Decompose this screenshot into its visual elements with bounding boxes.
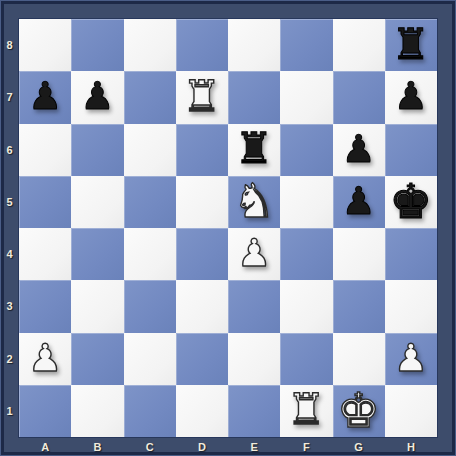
square-e8[interactable] [228,19,280,71]
square-h2[interactable]: ♟ [385,333,437,385]
square-f8[interactable] [280,19,332,71]
square-e6[interactable]: ♜ [228,124,280,176]
square-d6[interactable] [176,124,228,176]
rank-label-3: 3 [0,280,19,332]
file-label-f: F [280,437,332,456]
square-h4[interactable] [385,228,437,280]
square-e4[interactable]: ♟ [228,228,280,280]
file-label-a: A [19,437,71,456]
square-d4[interactable] [176,228,228,280]
square-b5[interactable] [71,176,123,228]
square-b7[interactable]: ♟ [71,71,123,123]
square-b2[interactable] [71,333,123,385]
square-f5[interactable] [280,176,332,228]
piece-black-pawn[interactable]: ♟ [394,77,428,115]
square-a2[interactable]: ♟ [19,333,71,385]
piece-black-rook[interactable]: ♜ [235,127,274,170]
square-f1[interactable]: ♜ [280,385,332,437]
square-c3[interactable] [124,280,176,332]
file-label-e: E [228,437,280,456]
piece-black-rook[interactable]: ♜ [392,23,431,66]
square-f2[interactable] [280,333,332,385]
square-c2[interactable] [124,333,176,385]
square-b1[interactable] [71,385,123,437]
square-e3[interactable] [228,280,280,332]
square-a6[interactable] [19,124,71,176]
rank-label-2: 2 [0,333,19,385]
piece-black-pawn[interactable]: ♟ [342,130,376,168]
square-f7[interactable] [280,71,332,123]
square-f4[interactable] [280,228,332,280]
square-e5[interactable]: ♞ [228,176,280,228]
square-c4[interactable] [124,228,176,280]
square-c1[interactable] [124,385,176,437]
piece-black-pawn[interactable]: ♟ [342,182,376,220]
square-b8[interactable] [71,19,123,71]
piece-black-king[interactable]: ♚ [389,177,432,225]
rank-label-6: 6 [0,124,19,176]
square-a3[interactable] [19,280,71,332]
piece-black-pawn[interactable]: ♟ [80,77,114,115]
rank-labels: 87654321 [0,19,19,437]
square-g7[interactable] [333,71,385,123]
square-g2[interactable] [333,333,385,385]
square-f3[interactable] [280,280,332,332]
square-a8[interactable] [19,19,71,71]
piece-white-rook[interactable]: ♜ [183,75,222,118]
square-e1[interactable] [228,385,280,437]
square-h3[interactable] [385,280,437,332]
square-d7[interactable]: ♜ [176,71,228,123]
square-e7[interactable] [228,71,280,123]
square-d1[interactable] [176,385,228,437]
square-d2[interactable] [176,333,228,385]
square-d8[interactable] [176,19,228,71]
square-h5[interactable]: ♚ [385,176,437,228]
rank-label-8: 8 [0,19,19,71]
piece-white-pawn[interactable]: ♟ [237,234,271,272]
chess-board: ♜♟♟♜♟♜♟♞♟♚♟♟♟♜♚ [19,19,437,437]
file-label-d: D [176,437,228,456]
square-b6[interactable] [71,124,123,176]
square-c6[interactable] [124,124,176,176]
chess-board-frame: 87654321 ABCDEFGH ♜♟♟♜♟♜♟♞♟♚♟♟♟♜♚ [0,0,456,456]
square-a1[interactable] [19,385,71,437]
file-label-c: C [124,437,176,456]
piece-white-king[interactable]: ♚ [337,386,380,434]
square-h7[interactable]: ♟ [385,71,437,123]
square-g8[interactable] [333,19,385,71]
piece-black-pawn[interactable]: ♟ [28,77,62,115]
square-a7[interactable]: ♟ [19,71,71,123]
file-label-g: G [333,437,385,456]
square-b3[interactable] [71,280,123,332]
square-e2[interactable] [228,333,280,385]
square-c5[interactable] [124,176,176,228]
square-g4[interactable] [333,228,385,280]
piece-white-pawn[interactable]: ♟ [394,339,428,377]
square-g6[interactable]: ♟ [333,124,385,176]
rank-label-5: 5 [0,176,19,228]
square-c7[interactable] [124,71,176,123]
square-d5[interactable] [176,176,228,228]
square-d3[interactable] [176,280,228,332]
square-f6[interactable] [280,124,332,176]
piece-white-knight[interactable]: ♞ [233,177,275,224]
rank-label-4: 4 [0,228,19,280]
file-label-h: H [385,437,437,456]
square-b4[interactable] [71,228,123,280]
square-a5[interactable] [19,176,71,228]
piece-white-pawn[interactable]: ♟ [28,339,62,377]
square-h8[interactable]: ♜ [385,19,437,71]
square-g3[interactable] [333,280,385,332]
file-label-b: B [71,437,123,456]
square-g1[interactable]: ♚ [333,385,385,437]
square-g5[interactable]: ♟ [333,176,385,228]
piece-white-rook[interactable]: ♜ [287,388,326,431]
square-a4[interactable] [19,228,71,280]
square-c8[interactable] [124,19,176,71]
file-labels: ABCDEFGH [19,437,437,456]
square-h1[interactable] [385,385,437,437]
rank-label-7: 7 [0,71,19,123]
rank-label-1: 1 [0,385,19,437]
square-h6[interactable] [385,124,437,176]
